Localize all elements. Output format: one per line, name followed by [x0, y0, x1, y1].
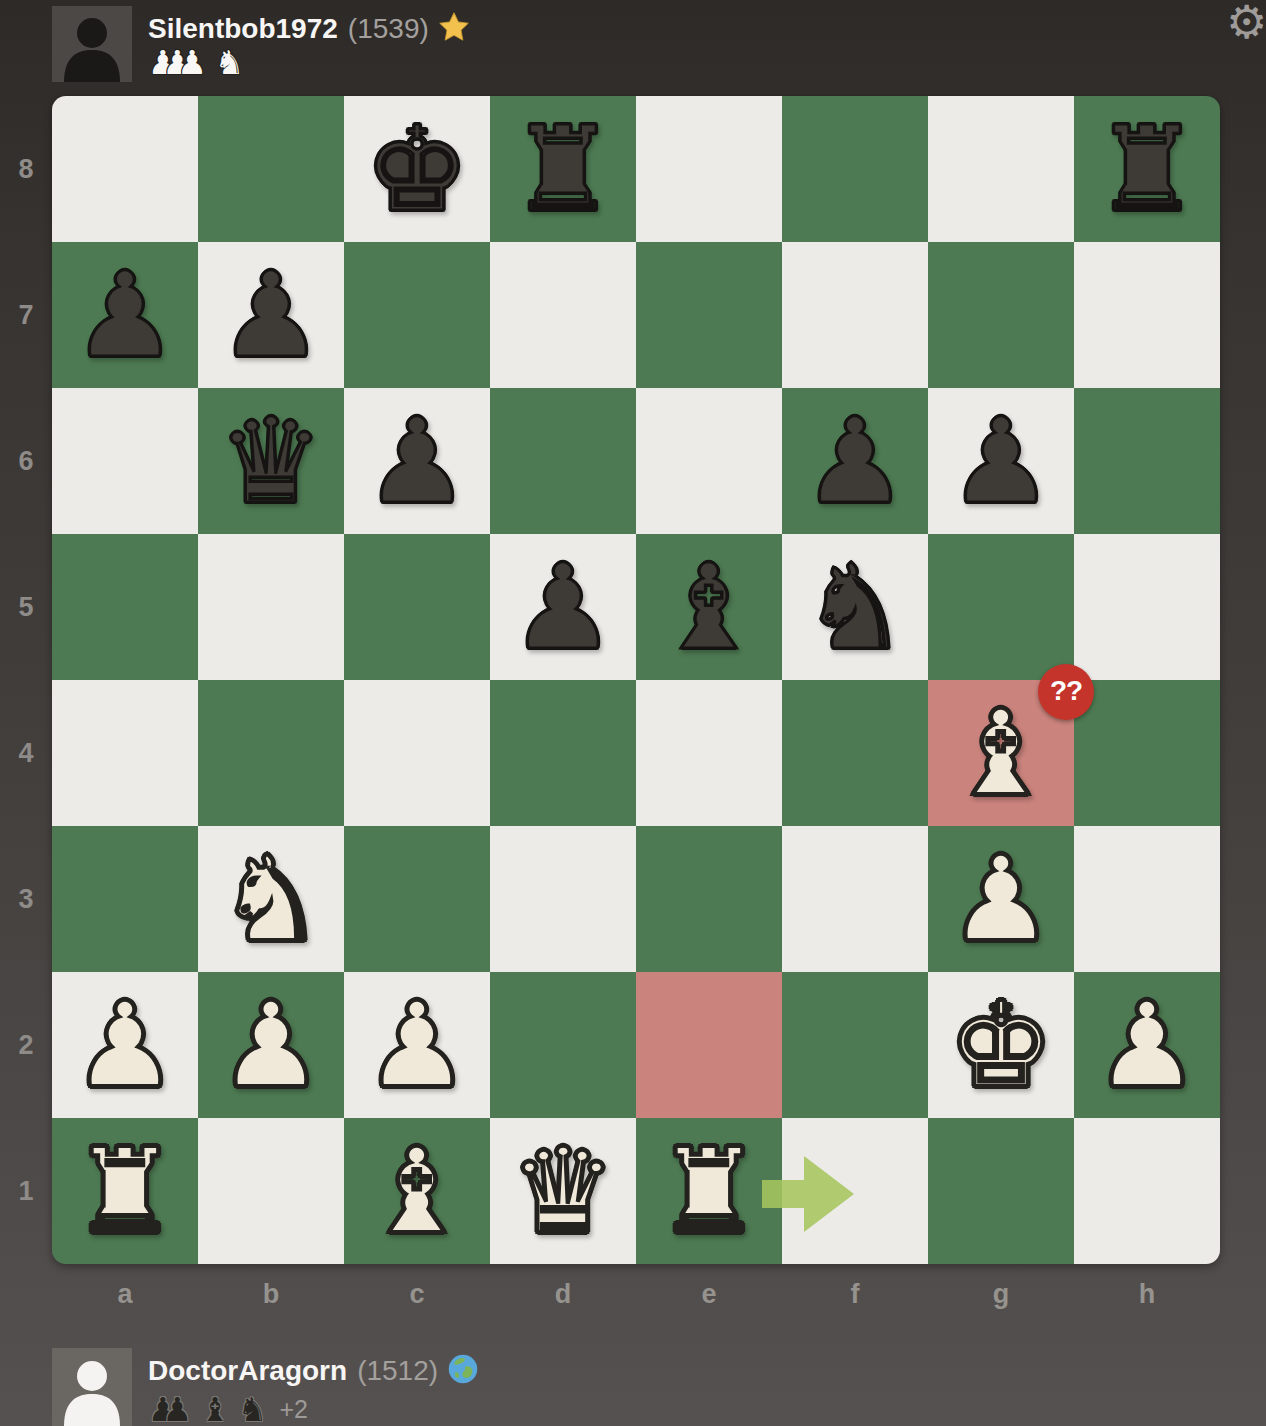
file-label-a: a — [52, 1264, 198, 1326]
top-player-rating: (1539) — [348, 13, 429, 44]
globe-icon — [448, 1354, 478, 1391]
blunder-badge: ?? — [1038, 664, 1094, 720]
white-pawn-a2[interactable]: ♟ — [52, 972, 198, 1118]
square-c5[interactable] — [344, 534, 490, 680]
bottom-player-avatar[interactable] — [52, 1348, 132, 1426]
square-e4[interactable] — [636, 680, 782, 826]
black-rook-d8[interactable]: ♜ — [490, 96, 636, 242]
black-king-c8[interactable]: ♚ — [344, 96, 490, 242]
square-f6[interactable]: ♟ — [782, 388, 928, 534]
square-g7[interactable] — [928, 242, 1074, 388]
square-b7[interactable]: ♟ — [198, 242, 344, 388]
square-c6[interactable]: ♟ — [344, 388, 490, 534]
square-a3[interactable] — [52, 826, 198, 972]
black-pawn-f6[interactable]: ♟ — [782, 388, 928, 534]
square-g2[interactable]: ♚ — [928, 972, 1074, 1118]
square-g3[interactable]: ♟ — [928, 826, 1074, 972]
black-knight-f5[interactable]: ♞ — [782, 534, 928, 680]
square-f5[interactable]: ♞ — [782, 534, 928, 680]
white-bishop-c1[interactable]: ♝ — [344, 1118, 490, 1264]
file-label-c: c — [344, 1264, 490, 1326]
person-silhouette-icon — [52, 1348, 132, 1426]
move-arrow-e1-f1 — [758, 1152, 858, 1236]
black-pawn-g6[interactable]: ♟ — [928, 388, 1074, 534]
square-a7[interactable]: ♟ — [52, 242, 198, 388]
square-e5[interactable]: ♝ — [636, 534, 782, 680]
square-d6[interactable] — [490, 388, 636, 534]
rank-label-2: 2 — [0, 972, 52, 1118]
file-label-h: h — [1074, 1264, 1220, 1326]
square-d4[interactable] — [490, 680, 636, 826]
square-c8[interactable]: ♚ — [344, 96, 490, 242]
square-h6[interactable] — [1074, 388, 1220, 534]
top-player-name: Silentbob1972 — [148, 13, 338, 44]
file-label-b: b — [198, 1264, 344, 1326]
square-a6[interactable] — [52, 388, 198, 534]
white-rook-a1[interactable]: ♜ — [52, 1118, 198, 1264]
square-g5[interactable] — [928, 534, 1074, 680]
square-c7[interactable] — [344, 242, 490, 388]
square-h4[interactable] — [1074, 680, 1220, 826]
rank-label-3: 3 — [0, 826, 52, 972]
square-c4[interactable] — [344, 680, 490, 826]
square-d1[interactable]: ♛ — [490, 1118, 636, 1264]
rank-label-7: 7 — [0, 242, 52, 388]
square-c2[interactable]: ♟ — [344, 972, 490, 1118]
file-labels: abcdefgh — [52, 1264, 1220, 1326]
captured-white-pawn: ♟ — [177, 43, 207, 82]
square-d5[interactable]: ♟ — [490, 534, 636, 680]
square-d2[interactable] — [490, 972, 636, 1118]
square-d7[interactable] — [490, 242, 636, 388]
square-f3[interactable] — [782, 826, 928, 972]
white-pawn-h2[interactable]: ♟ — [1074, 972, 1220, 1118]
black-queen-b6[interactable]: ♛ — [198, 388, 344, 534]
captured-white-knight: ♞ — [215, 43, 245, 82]
rank-label-4: 4 — [0, 680, 52, 826]
rank-label-6: 6 — [0, 388, 52, 534]
square-h8[interactable]: ♜ — [1074, 96, 1220, 242]
square-f7[interactable] — [782, 242, 928, 388]
square-b6[interactable]: ♛ — [198, 388, 344, 534]
square-h1[interactable] — [1074, 1118, 1220, 1264]
white-queen-d1[interactable]: ♛ — [490, 1118, 636, 1264]
captured-black-pawn: ♟ — [163, 1390, 193, 1426]
top-captured-pieces: ♟♟♟♞ — [148, 44, 244, 82]
black-bishop-e5[interactable]: ♝ — [636, 534, 782, 680]
square-h7[interactable] — [1074, 242, 1220, 388]
black-pawn-b7[interactable]: ♟ — [198, 242, 344, 388]
square-d3[interactable] — [490, 826, 636, 972]
square-g6[interactable]: ♟ — [928, 388, 1074, 534]
analysis-page: Silentbob1972(1539) ♟♟♟♞ ⚙ ♚♜♜♟♟♛♟♟♟♟♝♞♝… — [0, 0, 1266, 1426]
square-b2[interactable]: ♟ — [198, 972, 344, 1118]
square-h5[interactable] — [1074, 534, 1220, 680]
square-b4[interactable] — [198, 680, 344, 826]
black-pawn-a7[interactable]: ♟ — [52, 242, 198, 388]
black-rook-h8[interactable]: ♜ — [1074, 96, 1220, 242]
square-a5[interactable] — [52, 534, 198, 680]
square-c1[interactable]: ♝ — [344, 1118, 490, 1264]
top-player-avatar[interactable] — [52, 6, 132, 82]
square-e2[interactable] — [636, 972, 782, 1118]
square-e7[interactable] — [636, 242, 782, 388]
material-advantage: +2 — [279, 1395, 308, 1423]
square-h3[interactable] — [1074, 826, 1220, 972]
square-b1[interactable] — [198, 1118, 344, 1264]
square-e3[interactable] — [636, 826, 782, 972]
square-e6[interactable] — [636, 388, 782, 534]
square-e8[interactable] — [636, 96, 782, 242]
square-a4[interactable] — [52, 680, 198, 826]
white-pawn-g3[interactable]: ♟ — [928, 826, 1074, 972]
square-g8[interactable] — [928, 96, 1074, 242]
file-label-d: d — [490, 1264, 636, 1326]
rank-labels: 87654321 — [0, 96, 52, 1264]
square-a1[interactable]: ♜ — [52, 1118, 198, 1264]
bottom-player-rating: (1512) — [357, 1355, 438, 1386]
bottom-player-row[interactable]: DoctorAragorn(1512) — [148, 1354, 478, 1391]
white-pawn-b2[interactable]: ♟ — [198, 972, 344, 1118]
rank-label-5: 5 — [0, 534, 52, 680]
square-f2[interactable] — [782, 972, 928, 1118]
square-b5[interactable] — [198, 534, 344, 680]
square-c3[interactable] — [344, 826, 490, 972]
file-label-f: f — [782, 1264, 928, 1326]
square-d8[interactable]: ♜ — [490, 96, 636, 242]
white-king-g2[interactable]: ♚ — [928, 972, 1074, 1118]
square-f4[interactable] — [782, 680, 928, 826]
bottom-captured-pieces: ♟♟♝♞+2 — [148, 1390, 308, 1426]
square-g1[interactable] — [928, 1118, 1074, 1264]
rank-label-1: 1 — [0, 1118, 52, 1264]
square-f8[interactable] — [782, 96, 928, 242]
gear-icon[interactable]: ⚙ — [1226, 0, 1266, 52]
file-label-g: g — [928, 1264, 1074, 1326]
square-a2[interactable]: ♟ — [52, 972, 198, 1118]
square-b3[interactable]: ♞ — [198, 826, 344, 972]
rank-label-8: 8 — [0, 96, 52, 242]
captured-black-bishop: ♝ — [200, 1390, 230, 1426]
square-b8[interactable] — [198, 96, 344, 242]
black-pawn-d5[interactable]: ♟ — [490, 534, 636, 680]
bottom-player-name: DoctorAragorn — [148, 1355, 347, 1386]
captured-black-knight: ♞ — [238, 1390, 268, 1426]
black-pawn-c6[interactable]: ♟ — [344, 388, 490, 534]
person-silhouette-icon — [52, 6, 132, 82]
square-h2[interactable]: ♟ — [1074, 972, 1220, 1118]
white-pawn-c2[interactable]: ♟ — [344, 972, 490, 1118]
square-a8[interactable] — [52, 96, 198, 242]
white-knight-b3[interactable]: ♞ — [198, 826, 344, 972]
file-label-e: e — [636, 1264, 782, 1326]
star-icon — [439, 12, 469, 49]
